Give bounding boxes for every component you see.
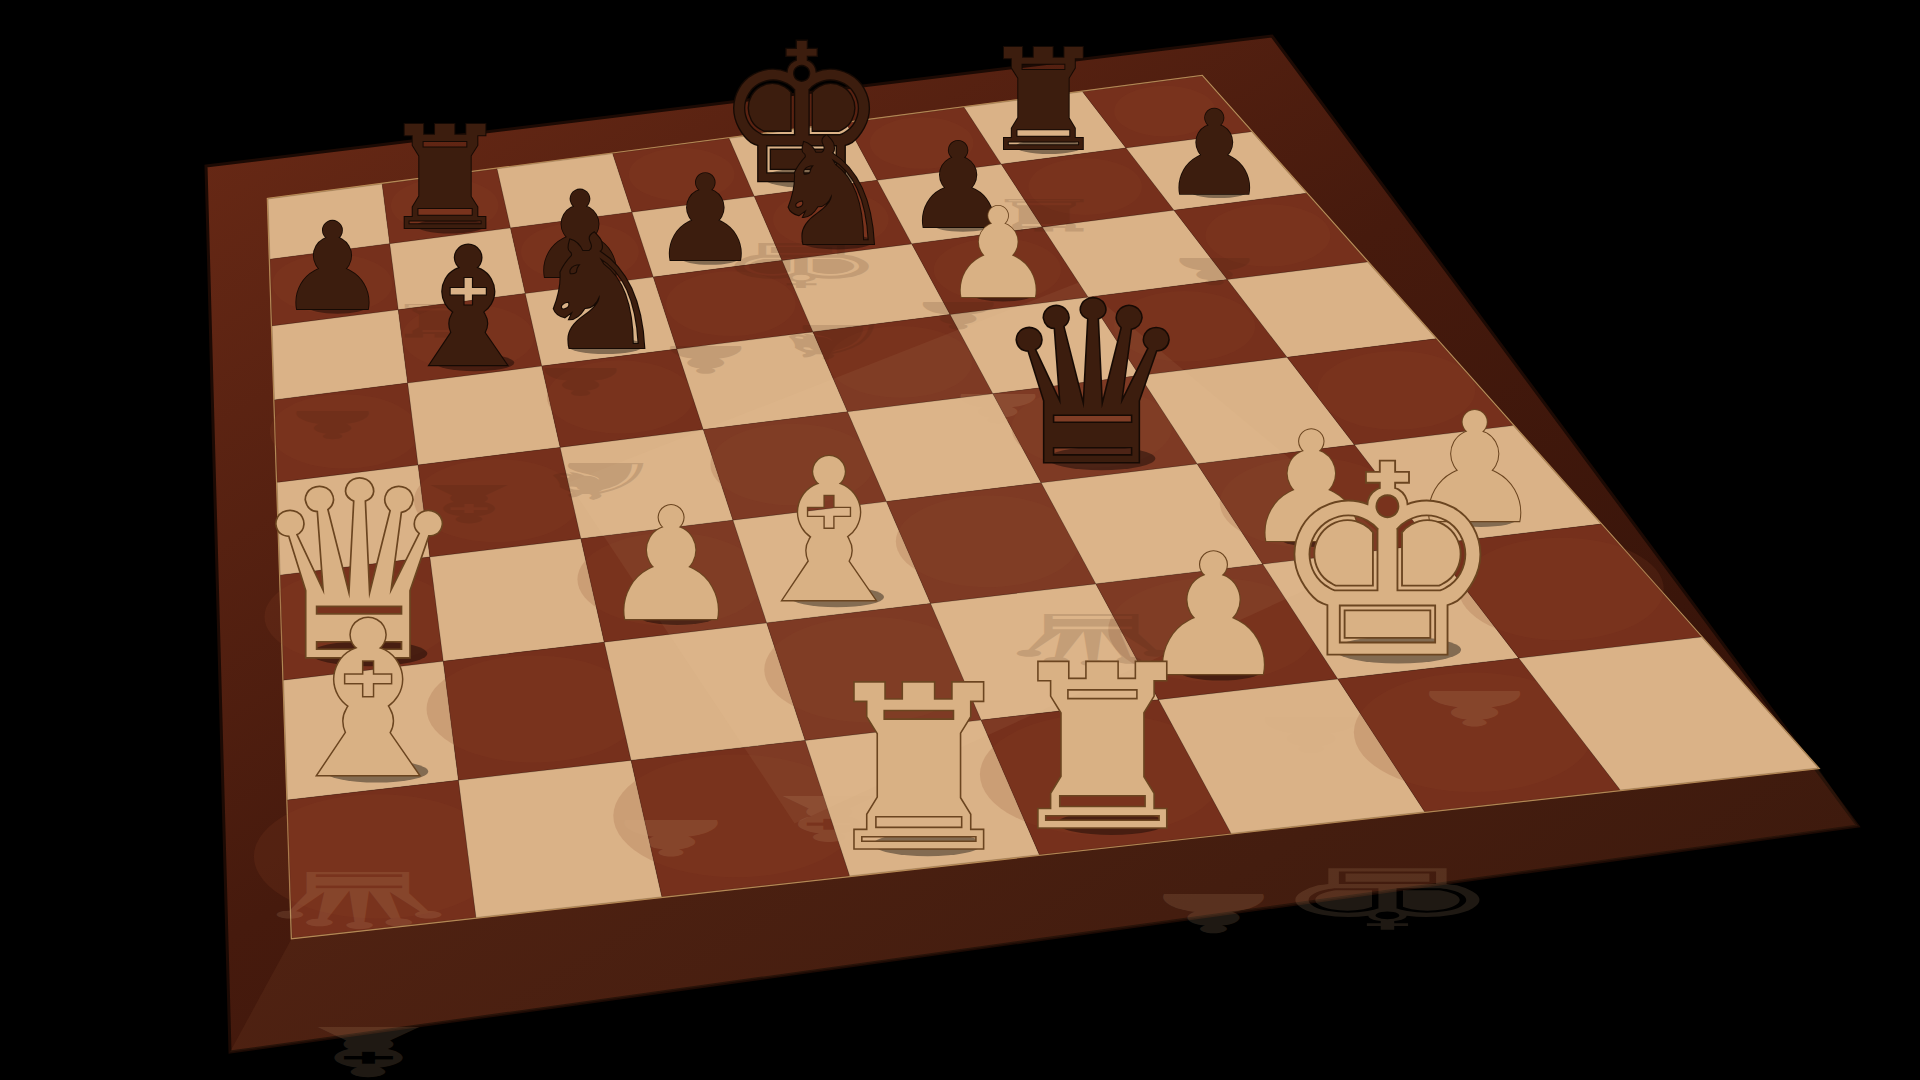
piece-glyph-black-queen-f4[interactable]: ♛ (992, 254, 1193, 515)
chess-3d-scene: ♜♜♚♚♜♜♟♟♟♟♟♟♞♞♟♟♟♟♝♝♞♞♟♟♛♛♛♛♟♟♝♝♟♟♟♟♝♝♟♟… (0, 0, 1920, 1080)
piece-glyph-black-knight-c6[interactable]: ♞ (528, 201, 670, 385)
piece-glyph-black-bishop-b6[interactable]: ♝ (394, 212, 542, 404)
chess-board-canvas: ♜♜♚♚♜♜♟♟♟♟♟♟♞♞♟♟♟♟♝♝♞♞♟♟♛♛♛♛♟♟♝♝♟♟♟♟♝♝♟♟… (0, 0, 1920, 1080)
piece-glyph-black-knight-e7[interactable]: ♞ (764, 106, 898, 279)
piece-glyph-white-pawn-c3[interactable]: ♟ (601, 474, 741, 656)
piece-glyph-white-bishop-a2[interactable]: ♝ (272, 575, 465, 826)
piece-glyph-white-king-g2[interactable]: ♚ (1270, 410, 1506, 716)
piece-glyph-black-pawn-a7[interactable]: ♟ (278, 197, 386, 338)
piece-glyph-black-pawn-h7[interactable]: ♟ (1162, 85, 1267, 222)
piece-glyph-white-bishop-d3[interactable]: ♝ (741, 417, 918, 646)
